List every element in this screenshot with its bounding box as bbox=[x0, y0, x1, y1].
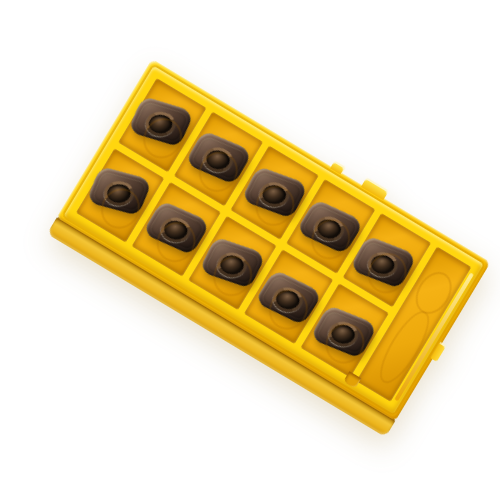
insert-screw-hole bbox=[323, 317, 362, 350]
carbide-insert bbox=[241, 166, 309, 219]
photo-stage bbox=[0, 0, 500, 500]
carbide-insert bbox=[128, 96, 195, 147]
insert-box bbox=[46, 59, 490, 438]
insert-screw-hole bbox=[255, 178, 294, 210]
carbide-insert bbox=[349, 235, 417, 288]
insert-screw-hole bbox=[363, 247, 402, 280]
insert-screw-hole bbox=[198, 142, 237, 175]
carbide-insert bbox=[255, 269, 324, 325]
carbide-insert bbox=[199, 236, 267, 288]
insert-screw-hole bbox=[213, 248, 251, 280]
carbide-insert bbox=[296, 199, 365, 254]
insert-screw-hole bbox=[100, 177, 137, 208]
carbide-insert bbox=[86, 166, 153, 215]
carbide-insert bbox=[142, 200, 211, 255]
insert-screw-hole bbox=[156, 212, 195, 245]
insert-screw-hole bbox=[310, 211, 350, 245]
insert-screw-hole bbox=[268, 282, 308, 316]
carbide-insert bbox=[310, 304, 379, 358]
carbide-insert bbox=[184, 130, 253, 184]
insert-screw-hole bbox=[142, 108, 180, 139]
